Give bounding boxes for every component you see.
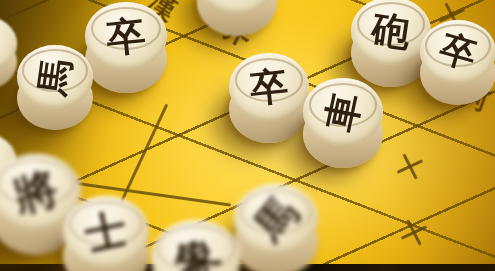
piece-top-face: 馬 [17, 45, 93, 109]
piece-character-horse-a: 馬 [18, 35, 92, 119]
piece-soldier-b[interactable]: 卒 [420, 20, 495, 105]
piece-character-soldier-c: 卒 [226, 49, 313, 125]
piece-soldier-a[interactable]: 卒 [85, 2, 167, 93]
piece-character-advisor: 士 [56, 188, 155, 271]
piece-advisor[interactable]: 士 [63, 196, 149, 271]
piece-chariot-a[interactable]: 車 [303, 78, 383, 168]
piece-top-face: 士 [63, 196, 149, 268]
piece-edge-left-upper[interactable] [0, 16, 17, 90]
piece-character-soldier-a: 卒 [82, 0, 171, 74]
piece-top-face: 卒 [229, 53, 309, 121]
piece-top-face: 卒 [420, 20, 495, 84]
piece-top-face: 象 [151, 220, 241, 271]
piece-elephant[interactable]: 象 [151, 220, 241, 271]
piece-horse-a[interactable]: 馬 [17, 45, 93, 130]
piece-edge-top[interactable] [197, 0, 277, 36]
piece-top-face: 車 [303, 78, 383, 146]
xiangqi-board-photo: 漢界河 卒馬砲卒卒車將士象馬 [0, 0, 495, 271]
piece-top-face: 馬 [234, 184, 318, 254]
piece-top-face: 卒 [85, 2, 167, 70]
piece-soldier-c[interactable]: 卒 [229, 53, 309, 143]
